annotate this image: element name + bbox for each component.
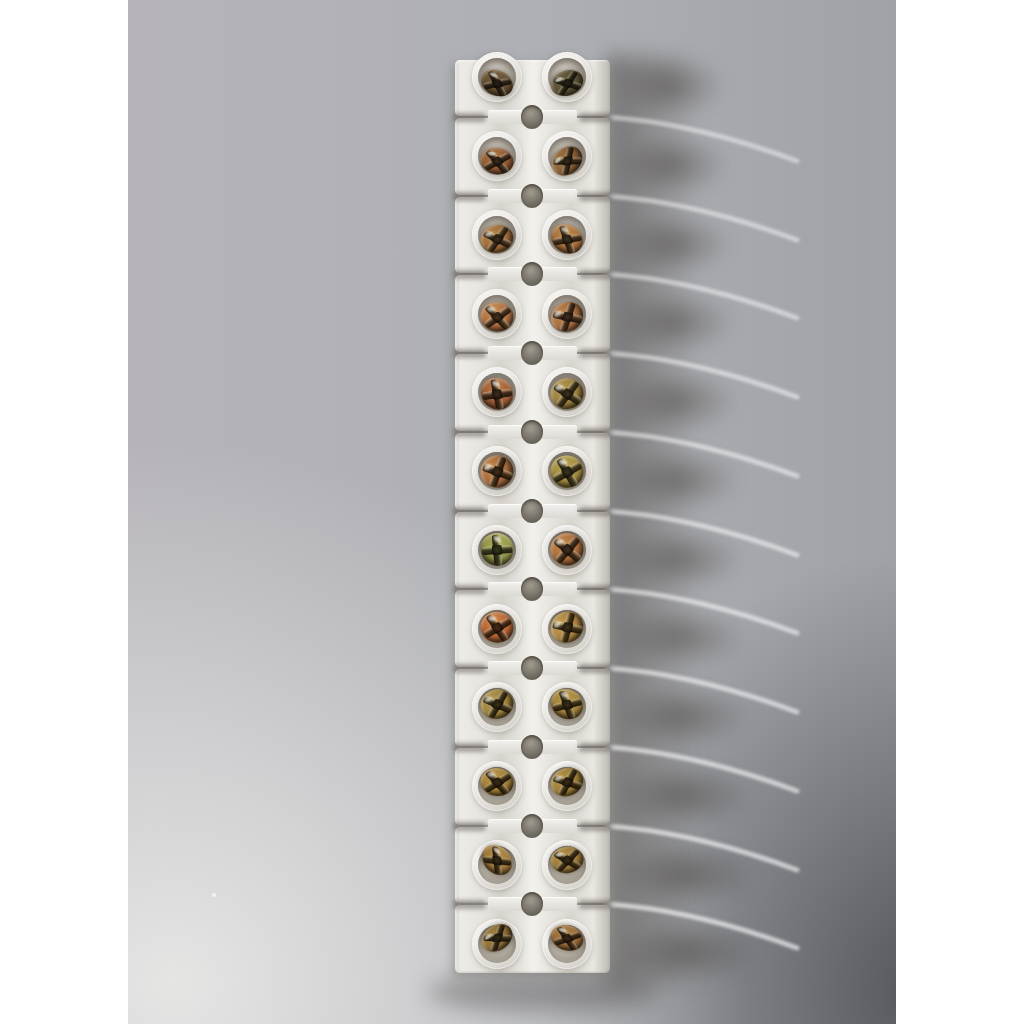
barrel-bore (478, 531, 516, 569)
segment-shadow (614, 842, 756, 906)
screw-head (475, 372, 520, 416)
terminal-barrel-right (542, 446, 592, 496)
phillips-recess (492, 544, 503, 555)
joint-hole (521, 420, 543, 444)
segment-shadow (614, 290, 735, 354)
terminal-segment (455, 904, 610, 983)
screw-head (545, 605, 589, 649)
segment-joint (455, 425, 610, 439)
joint-hole (521, 499, 543, 523)
screw-head (547, 66, 586, 101)
screw-head (546, 684, 589, 725)
screw-head (548, 376, 586, 412)
screw-head (478, 608, 517, 645)
terminal-barrel-right (542, 289, 592, 339)
segment-shadow (614, 448, 741, 512)
barrel-bore (548, 137, 586, 175)
joint-hole (521, 656, 543, 680)
cut-notch-right (579, 585, 612, 594)
barrel-bore (548, 452, 586, 490)
phillips-recess (561, 621, 573, 632)
cut-notch-left (453, 428, 486, 437)
joint-hole (521, 105, 543, 129)
cut-notch-left (453, 743, 486, 752)
terminal-strip (455, 38, 610, 983)
terminal-barrel-left (472, 840, 522, 890)
terminal-barrel-right (542, 604, 592, 654)
cut-notch-left (453, 585, 486, 594)
cut-notch-right (579, 822, 612, 831)
segment-shadow (614, 54, 726, 118)
screw-head (479, 300, 514, 332)
segment-shadow (614, 763, 753, 827)
cut-notch-left (453, 270, 486, 279)
segment-joint (455, 819, 610, 833)
terminal-barrel-left (472, 446, 522, 496)
cut-notch-left (453, 507, 486, 516)
barrel-bore (548, 373, 586, 411)
cut-notch-right (579, 113, 612, 122)
phillips-recess (492, 855, 502, 865)
cut-notch-right (579, 900, 612, 909)
barrel-bore (548, 216, 586, 254)
cut-notch-left (453, 349, 486, 358)
segment-joint (455, 346, 610, 360)
barrel-bore (478, 295, 516, 333)
phillips-recess (491, 389, 503, 400)
screw-head (547, 921, 586, 955)
barrel-bore (548, 610, 586, 648)
barrel-bore (478, 610, 516, 648)
cut-notch-right (579, 743, 612, 752)
terminal-barrel-left (472, 525, 522, 575)
barrel-bore (478, 452, 516, 490)
screw-head (478, 145, 515, 177)
terminal-barrel-right (542, 131, 592, 181)
cut-notch-left (453, 664, 486, 673)
terminal-barrel-right (542, 525, 592, 575)
barrel-bore (478, 688, 516, 726)
barrel-bore (548, 925, 586, 963)
segment-shadow (614, 369, 738, 433)
cut-notch-left (453, 822, 486, 831)
segment-joint (455, 504, 610, 518)
screw-head (547, 452, 587, 492)
dust-speck (212, 893, 216, 897)
terminal-barrel-left (472, 604, 522, 654)
terminal-barrel-left (472, 210, 522, 260)
joint-hole (521, 184, 543, 208)
cut-notch-left (453, 900, 486, 909)
terminal-barrel-left (472, 131, 522, 181)
screw-head (546, 140, 588, 181)
screw-head (546, 218, 588, 259)
screw-head (476, 839, 518, 881)
segment-joint (455, 740, 610, 754)
joint-hole (521, 735, 543, 759)
cut-notch-right (579, 192, 612, 201)
terminal-barrel-right (542, 210, 592, 260)
terminal-barrel-left (472, 289, 522, 339)
barrel-bore (548, 846, 586, 884)
product-photo-canvas (0, 0, 1024, 1024)
segment-joint (455, 110, 610, 124)
screw-head (549, 532, 585, 567)
barrel-bore (478, 846, 516, 884)
phillips-recess (562, 157, 573, 166)
segment-joint (455, 267, 610, 281)
segment-joint (455, 582, 610, 596)
screw-head (545, 296, 588, 338)
joint-hole (521, 341, 543, 365)
screw-head (477, 65, 517, 101)
segment-shadow (614, 920, 759, 984)
screw-head (476, 918, 517, 957)
segment-joint (455, 189, 610, 203)
cut-notch-right (579, 270, 612, 279)
segment-shadow (614, 212, 732, 276)
right-white-margin (896, 0, 1024, 1024)
barrel-bore (478, 58, 516, 96)
screw-head (475, 450, 519, 493)
cut-notch-right (579, 349, 612, 358)
barrel-bore (548, 58, 586, 96)
segment-joint (455, 661, 610, 675)
joint-hole (521, 814, 543, 838)
cut-notch-left (453, 192, 486, 201)
barrel-bore (548, 295, 586, 333)
terminal-barrel-right (542, 761, 592, 811)
barrel-bore (478, 373, 516, 411)
barrel-bore (478, 767, 516, 805)
barrel-bore (478, 137, 516, 175)
barrel-bore (548, 531, 586, 569)
cut-notch-left (453, 113, 486, 122)
screw-head (479, 766, 516, 798)
barrel-bore (478, 216, 516, 254)
screw-head (477, 686, 517, 724)
left-white-margin (0, 0, 128, 1024)
segment-joint (455, 897, 610, 911)
screw-highlight (487, 306, 495, 311)
photo-area (128, 0, 896, 1024)
screw-head (474, 526, 520, 572)
terminal-barrel-right (542, 919, 592, 969)
cut-notch-right (579, 428, 612, 437)
screw-head (549, 845, 585, 876)
screw-head (477, 221, 516, 256)
segment-shadow (614, 527, 744, 591)
barrel-bore (548, 688, 586, 726)
segment-shadow (614, 684, 750, 748)
terminal-barrel-left (472, 761, 522, 811)
segment-shadow (614, 133, 729, 197)
cut-notch-right (579, 507, 612, 516)
barrel-bore (548, 767, 586, 805)
barrel-bore (478, 925, 516, 963)
terminal-barrel-right (542, 840, 592, 890)
screw-head (546, 763, 587, 801)
cut-notch-right (579, 664, 612, 673)
segment-shadow (614, 605, 747, 669)
terminal-barrel-left (472, 919, 522, 969)
